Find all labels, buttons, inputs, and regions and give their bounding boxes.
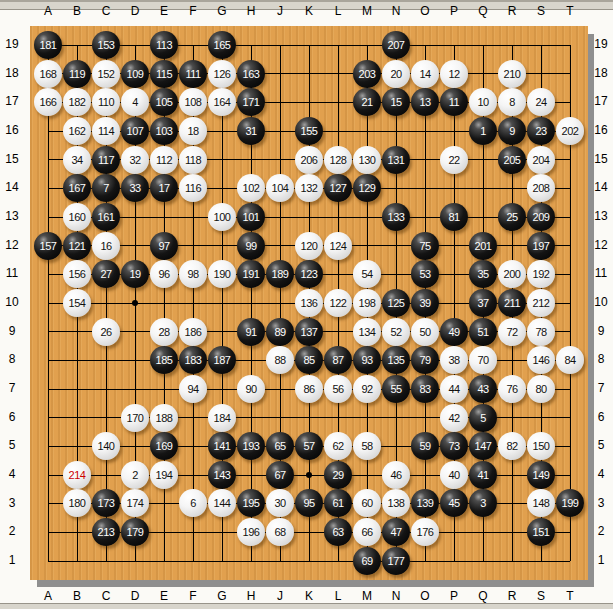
coord-label-col-G: G [212, 5, 232, 18]
stone-L14[interactable]: 127 [324, 174, 352, 202]
stone-K5[interactable]: 57 [295, 432, 323, 460]
stone-C19[interactable]: 153 [92, 31, 120, 59]
stone-E16[interactable]: 103 [150, 117, 178, 145]
stone-O2[interactable]: 176 [411, 518, 439, 546]
stone-N17[interactable]: 15 [382, 88, 410, 116]
stone-G19[interactable]: 165 [208, 31, 236, 59]
stone-Q11[interactable]: 35 [469, 260, 497, 288]
stone-R11[interactable]: 200 [498, 260, 526, 288]
coord-label-row-14: 14 [0, 181, 24, 194]
stone-J11[interactable]: 189 [266, 260, 294, 288]
stone-P18[interactable]: 12 [440, 60, 468, 88]
stone-E8[interactable]: 185 [150, 346, 178, 374]
stone-G11[interactable]: 190 [208, 260, 236, 288]
stone-R13[interactable]: 25 [498, 203, 526, 231]
stone-S10[interactable]: 212 [527, 289, 555, 317]
stone-E14[interactable]: 17 [150, 174, 178, 202]
stone-R18[interactable]: 210 [498, 60, 526, 88]
stone-M3[interactable]: 60 [353, 489, 381, 517]
coord-label-row-6: 6 [0, 411, 24, 424]
stone-Q8[interactable]: 70 [469, 346, 497, 374]
go-board[interactable]: 1811531131652071681191521091151111261632… [30, 26, 588, 580]
stone-M1[interactable]: 69 [353, 547, 381, 575]
stone-J5[interactable]: 65 [266, 432, 294, 460]
stone-P8[interactable]: 38 [440, 346, 468, 374]
coord-label-col-Q: Q [473, 5, 493, 18]
stone-O17[interactable]: 13 [411, 88, 439, 116]
coord-label-col-D: D [125, 5, 145, 18]
stone-N13[interactable]: 133 [382, 203, 410, 231]
stone-E17[interactable]: 105 [150, 88, 178, 116]
stone-D15[interactable]: 32 [121, 146, 149, 174]
coord-label-col-B: B [67, 590, 87, 603]
coord-label-col-M: M [357, 5, 377, 18]
stone-M18[interactable]: 203 [353, 60, 381, 88]
stone-K3[interactable]: 95 [295, 489, 323, 517]
coord-label-col-C: C [96, 5, 116, 18]
stone-A12[interactable]: 157 [34, 232, 62, 260]
stone-N18[interactable]: 20 [382, 60, 410, 88]
stone-H12[interactable]: 99 [237, 232, 265, 260]
stone-E5[interactable]: 169 [150, 432, 178, 460]
stone-E6[interactable]: 188 [150, 404, 178, 432]
coord-label-col-D: D [125, 590, 145, 603]
stone-Q10[interactable]: 37 [469, 289, 497, 317]
coord-label-row-5: 5 [0, 439, 24, 452]
coord-label-row-2: 2 [589, 525, 613, 538]
stone-H11[interactable]: 191 [237, 260, 265, 288]
coord-label-col-O: O [415, 590, 435, 603]
stone-B11[interactable]: 156 [63, 260, 91, 288]
stone-J3[interactable]: 30 [266, 489, 294, 517]
stone-S17[interactable]: 24 [527, 88, 555, 116]
stone-K8[interactable]: 85 [295, 346, 323, 374]
stone-S8[interactable]: 146 [527, 346, 555, 374]
stone-S3[interactable]: 148 [527, 489, 555, 517]
coord-label-col-A: A [38, 590, 58, 603]
stone-Q6[interactable]: 5 [469, 404, 497, 432]
coord-label-row-17: 17 [0, 95, 24, 108]
stone-T3[interactable]: 199 [556, 489, 584, 517]
stone-D18[interactable]: 109 [121, 60, 149, 88]
stone-H9[interactable]: 91 [237, 318, 265, 346]
stone-C2[interactable]: 213 [92, 518, 120, 546]
stone-C3[interactable]: 173 [92, 489, 120, 517]
stone-C16[interactable]: 114 [92, 117, 120, 145]
stone-L2[interactable]: 63 [324, 518, 352, 546]
stone-J4[interactable]: 67 [266, 461, 294, 489]
stone-N15[interactable]: 131 [382, 146, 410, 174]
stone-L15[interactable]: 128 [324, 146, 352, 174]
coord-label-row-19: 19 [589, 38, 613, 51]
coord-label-col-G: G [212, 590, 232, 603]
coord-label-row-5: 5 [589, 439, 613, 452]
stone-B17[interactable]: 182 [63, 88, 91, 116]
coord-label-row-4: 4 [0, 468, 24, 481]
stone-S16[interactable]: 23 [527, 117, 555, 145]
window-chrome-bottom [0, 603, 613, 609]
stone-Q9[interactable]: 51 [469, 318, 497, 346]
stone-H17[interactable]: 171 [237, 88, 265, 116]
stone-M5[interactable]: 58 [353, 432, 381, 460]
stone-R16[interactable]: 9 [498, 117, 526, 145]
coord-label-row-13: 13 [589, 210, 613, 223]
stone-B4[interactable]: 214 [63, 461, 91, 489]
stone-H7[interactable]: 90 [237, 375, 265, 403]
coord-label-row-12: 12 [589, 239, 613, 252]
coord-label-col-A: A [38, 5, 58, 18]
coord-label-col-M: M [357, 590, 377, 603]
stone-N19[interactable]: 207 [382, 31, 410, 59]
stone-P5[interactable]: 73 [440, 432, 468, 460]
stone-E19[interactable]: 113 [150, 31, 178, 59]
coord-label-col-S: S [531, 5, 551, 18]
stone-D17[interactable]: 4 [121, 88, 149, 116]
stone-O18[interactable]: 14 [411, 60, 439, 88]
coord-label-col-T: T [560, 590, 580, 603]
stone-K16[interactable]: 155 [295, 117, 323, 145]
coord-label-row-8: 8 [0, 353, 24, 366]
stone-A18[interactable]: 168 [34, 60, 62, 88]
coord-label-row-6: 6 [589, 411, 613, 424]
coord-label-col-K: K [299, 5, 319, 18]
stone-N7[interactable]: 55 [382, 375, 410, 403]
stone-P3[interactable]: 45 [440, 489, 468, 517]
stone-F9[interactable]: 186 [179, 318, 207, 346]
coord-label-row-19: 19 [0, 38, 24, 51]
coord-label-col-S: S [531, 590, 551, 603]
coord-label-row-16: 16 [589, 124, 613, 137]
stone-B10[interactable]: 154 [63, 289, 91, 317]
stone-E9[interactable]: 28 [150, 318, 178, 346]
stone-M15[interactable]: 130 [353, 146, 381, 174]
stone-O5[interactable]: 59 [411, 432, 439, 460]
stone-R7[interactable]: 76 [498, 375, 526, 403]
coord-label-row-15: 15 [589, 153, 613, 166]
stone-S13[interactable]: 209 [527, 203, 555, 231]
stone-B18[interactable]: 119 [63, 60, 91, 88]
board-shadow-bottom [37, 580, 594, 587]
coord-label-col-C: C [96, 590, 116, 603]
stone-L4[interactable]: 29 [324, 461, 352, 489]
coord-label-col-R: R [502, 5, 522, 18]
stone-P13[interactable]: 81 [440, 203, 468, 231]
stone-D2[interactable]: 179 [121, 518, 149, 546]
stone-F11[interactable]: 98 [179, 260, 207, 288]
stone-H14[interactable]: 102 [237, 174, 265, 202]
stone-P9[interactable]: 49 [440, 318, 468, 346]
stone-P4[interactable]: 40 [440, 461, 468, 489]
coord-label-row-14: 14 [589, 181, 613, 194]
stone-P17[interactable]: 11 [440, 88, 468, 116]
stone-G4[interactable]: 143 [208, 461, 236, 489]
stone-Q16[interactable]: 1 [469, 117, 497, 145]
stone-C18[interactable]: 152 [92, 60, 120, 88]
stone-Q7[interactable]: 43 [469, 375, 497, 403]
stone-S11[interactable]: 192 [527, 260, 555, 288]
coord-label-col-P: P [444, 5, 464, 18]
coord-label-row-3: 3 [589, 497, 613, 510]
coord-label-col-B: B [67, 5, 87, 18]
stone-B15[interactable]: 34 [63, 146, 91, 174]
stone-L3[interactable]: 61 [324, 489, 352, 517]
stone-K7[interactable]: 86 [295, 375, 323, 403]
stone-D16[interactable]: 107 [121, 117, 149, 145]
stone-C11[interactable]: 27 [92, 260, 120, 288]
stone-R15[interactable]: 205 [498, 146, 526, 174]
coord-label-row-2: 2 [0, 525, 24, 538]
coord-label-row-12: 12 [0, 239, 24, 252]
stone-K15[interactable]: 206 [295, 146, 323, 174]
stone-L8[interactable]: 87 [324, 346, 352, 374]
stone-R5[interactable]: 82 [498, 432, 526, 460]
stone-S2[interactable]: 151 [527, 518, 555, 546]
stone-O11[interactable]: 53 [411, 260, 439, 288]
stone-S15[interactable]: 204 [527, 146, 555, 174]
stone-B12[interactable]: 121 [63, 232, 91, 260]
stone-K14[interactable]: 132 [295, 174, 323, 202]
coord-label-row-10: 10 [0, 296, 24, 309]
stone-C15[interactable]: 117 [92, 146, 120, 174]
stone-L5[interactable]: 62 [324, 432, 352, 460]
stone-T16[interactable]: 202 [556, 117, 584, 145]
stone-J2[interactable]: 68 [266, 518, 294, 546]
stone-O7[interactable]: 83 [411, 375, 439, 403]
stone-D4[interactable]: 2 [121, 461, 149, 489]
stone-O3[interactable]: 139 [411, 489, 439, 517]
coord-label-col-J: J [270, 590, 290, 603]
coord-label-col-K: K [299, 590, 319, 603]
coord-label-row-4: 4 [589, 468, 613, 481]
stone-Q5[interactable]: 147 [469, 432, 497, 460]
stone-D14[interactable]: 33 [121, 174, 149, 202]
coord-label-row-1: 1 [589, 554, 613, 567]
stone-S9[interactable]: 78 [527, 318, 555, 346]
coord-label-col-L: L [328, 5, 348, 18]
stone-F8[interactable]: 183 [179, 346, 207, 374]
coord-label-row-3: 3 [0, 497, 24, 510]
stone-Q17[interactable]: 10 [469, 88, 497, 116]
coord-label-row-18: 18 [589, 67, 613, 80]
stone-K12[interactable]: 120 [295, 232, 323, 260]
stone-M17[interactable]: 21 [353, 88, 381, 116]
coord-label-col-F: F [183, 590, 203, 603]
stone-M7[interactable]: 92 [353, 375, 381, 403]
coord-label-row-8: 8 [589, 353, 613, 366]
stone-F16[interactable]: 18 [179, 117, 207, 145]
stone-Q3[interactable]: 3 [469, 489, 497, 517]
stone-N2[interactable]: 47 [382, 518, 410, 546]
stone-G18[interactable]: 126 [208, 60, 236, 88]
coord-label-row-15: 15 [0, 153, 24, 166]
stone-N10[interactable]: 125 [382, 289, 410, 317]
stone-K10[interactable]: 136 [295, 289, 323, 317]
stone-G3[interactable]: 144 [208, 489, 236, 517]
stone-B14[interactable]: 167 [63, 174, 91, 202]
stone-B13[interactable]: 160 [63, 203, 91, 231]
stone-Q12[interactable]: 201 [469, 232, 497, 260]
stone-O12[interactable]: 75 [411, 232, 439, 260]
stone-E4[interactable]: 194 [150, 461, 178, 489]
stone-H3[interactable]: 195 [237, 489, 265, 517]
stone-J9[interactable]: 89 [266, 318, 294, 346]
stone-F15[interactable]: 118 [179, 146, 207, 174]
stone-O8[interactable]: 79 [411, 346, 439, 374]
stone-N8[interactable]: 135 [382, 346, 410, 374]
stone-N3[interactable]: 138 [382, 489, 410, 517]
stone-K9[interactable]: 137 [295, 318, 323, 346]
stone-C13[interactable]: 161 [92, 203, 120, 231]
stone-D3[interactable]: 174 [121, 489, 149, 517]
stone-E11[interactable]: 96 [150, 260, 178, 288]
stone-O10[interactable]: 39 [411, 289, 439, 317]
coord-label-col-R: R [502, 590, 522, 603]
coord-label-row-11: 11 [589, 267, 613, 280]
stone-A19[interactable]: 181 [34, 31, 62, 59]
coord-label-row-1: 1 [0, 554, 24, 567]
stone-C9[interactable]: 26 [92, 318, 120, 346]
coord-label-row-11: 11 [0, 267, 24, 280]
stone-G5[interactable]: 141 [208, 432, 236, 460]
coord-label-row-9: 9 [589, 325, 613, 338]
stone-G8[interactable]: 187 [208, 346, 236, 374]
stone-H5[interactable]: 193 [237, 432, 265, 460]
stone-L7[interactable]: 56 [324, 375, 352, 403]
stone-G17[interactable]: 164 [208, 88, 236, 116]
coord-label-col-H: H [241, 5, 261, 18]
coord-label-row-13: 13 [0, 210, 24, 223]
stone-E18[interactable]: 115 [150, 60, 178, 88]
stone-S7[interactable]: 80 [527, 375, 555, 403]
stone-P15[interactable]: 22 [440, 146, 468, 174]
stone-F18[interactable]: 111 [179, 60, 207, 88]
stone-R17[interactable]: 8 [498, 88, 526, 116]
stone-M2[interactable]: 66 [353, 518, 381, 546]
stone-D11[interactable]: 19 [121, 260, 149, 288]
stone-J14[interactable]: 104 [266, 174, 294, 202]
stone-C5[interactable]: 140 [92, 432, 120, 460]
stone-M14[interactable]: 129 [353, 174, 381, 202]
stone-J8[interactable]: 88 [266, 346, 294, 374]
stone-N4[interactable]: 46 [382, 461, 410, 489]
stone-D6[interactable]: 170 [121, 404, 149, 432]
stone-C12[interactable]: 16 [92, 232, 120, 260]
stone-S12[interactable]: 197 [527, 232, 555, 260]
coord-label-col-Q: Q [473, 590, 493, 603]
stone-E15[interactable]: 112 [150, 146, 178, 174]
stone-G6[interactable]: 184 [208, 404, 236, 432]
stone-N1[interactable]: 177 [382, 547, 410, 575]
coord-label-col-N: N [386, 590, 406, 603]
coord-label-col-J: J [270, 5, 290, 18]
stone-B3[interactable]: 180 [63, 489, 91, 517]
coord-label-col-N: N [386, 5, 406, 18]
coord-label-col-O: O [415, 5, 435, 18]
coord-label-col-L: L [328, 590, 348, 603]
stone-L10[interactable]: 122 [324, 289, 352, 317]
stone-M11[interactable]: 54 [353, 260, 381, 288]
go-diagram: 1811531131652071681191521091151111261632… [0, 0, 613, 609]
stone-L12[interactable]: 124 [324, 232, 352, 260]
coord-label-row-9: 9 [0, 325, 24, 338]
coord-label-row-7: 7 [0, 382, 24, 395]
stone-S4[interactable]: 149 [527, 461, 555, 489]
stone-M10[interactable]: 198 [353, 289, 381, 317]
coord-label-row-18: 18 [0, 67, 24, 80]
stone-R9[interactable]: 72 [498, 318, 526, 346]
stone-A17[interactable]: 166 [34, 88, 62, 116]
stone-N9[interactable]: 52 [382, 318, 410, 346]
stone-P7[interactable]: 44 [440, 375, 468, 403]
coord-label-row-10: 10 [589, 296, 613, 309]
stone-K11[interactable]: 123 [295, 260, 323, 288]
stone-Q4[interactable]: 41 [469, 461, 497, 489]
stone-F17[interactable]: 108 [179, 88, 207, 116]
stone-M9[interactable]: 134 [353, 318, 381, 346]
stone-S14[interactable]: 208 [527, 174, 555, 202]
stone-F14[interactable]: 116 [179, 174, 207, 202]
board-grid: 1811531131652071681191521091151111261632… [34, 31, 585, 576]
coord-label-col-E: E [154, 590, 174, 603]
stone-H13[interactable]: 101 [237, 203, 265, 231]
stone-C14[interactable]: 7 [92, 174, 120, 202]
stone-F7[interactable]: 94 [179, 375, 207, 403]
stone-C17[interactable]: 110 [92, 88, 120, 116]
stone-E12[interactable]: 97 [150, 232, 178, 260]
stone-M8[interactable]: 93 [353, 346, 381, 374]
coord-label-col-E: E [154, 5, 174, 18]
stone-T8[interactable]: 84 [556, 346, 584, 374]
coord-label-col-H: H [241, 590, 261, 603]
coord-label-col-T: T [560, 5, 580, 18]
stone-O9[interactable]: 50 [411, 318, 439, 346]
stone-F3[interactable]: 6 [179, 489, 207, 517]
stone-P6[interactable]: 42 [440, 404, 468, 432]
coord-label-row-17: 17 [589, 95, 613, 108]
stone-S5[interactable]: 150 [527, 432, 555, 460]
coord-label-col-P: P [444, 590, 464, 603]
stone-B16[interactable]: 162 [63, 117, 91, 145]
coord-label-col-F: F [183, 5, 203, 18]
coord-label-row-7: 7 [589, 382, 613, 395]
stone-R10[interactable]: 211 [498, 289, 526, 317]
stone-H18[interactable]: 163 [237, 60, 265, 88]
stone-G13[interactable]: 100 [208, 203, 236, 231]
stone-H2[interactable]: 196 [237, 518, 265, 546]
stone-H16[interactable]: 31 [237, 117, 265, 145]
coord-label-row-16: 16 [0, 124, 24, 137]
